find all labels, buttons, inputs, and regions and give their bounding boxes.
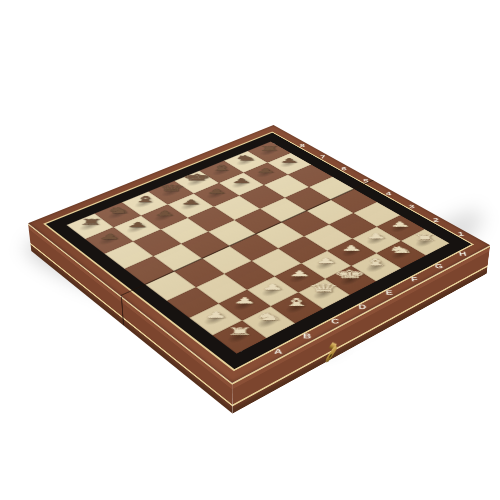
square-c2[interactable] — [247, 276, 298, 306]
white-pawn-glyph: ♟ — [379, 216, 421, 228]
coordinate-label: 1 — [443, 225, 479, 244]
square-c4[interactable] — [202, 246, 251, 274]
black-king-glyph: ♚ — [178, 171, 216, 182]
black-pawn-glyph: ♟ — [171, 194, 210, 205]
square-e2[interactable] — [301, 251, 351, 279]
black-rook-glyph: ♜ — [251, 142, 287, 152]
black-pawn-glyph: ♟ — [197, 183, 235, 194]
black-pawn-glyph: ♟ — [223, 173, 261, 184]
black-pawn-glyph: ♟ — [271, 153, 308, 163]
square-b3[interactable] — [196, 274, 247, 304]
hinge-seam-side — [121, 296, 124, 326]
black-queen-glyph: ♛ — [152, 181, 191, 192]
black-knight-glyph: ♞ — [98, 203, 139, 215]
square-c3[interactable] — [224, 261, 274, 290]
black-rook-glyph: ♜ — [70, 214, 112, 226]
chess-set-scene: 87654321 87654321 ABCDEFGH ABCDEFGH ♜♞♝♛… — [0, 0, 500, 500]
black-bishop-glyph: ♝ — [203, 161, 240, 171]
square-e3[interactable] — [278, 236, 327, 263]
black-bishop-glyph: ♝ — [126, 192, 166, 203]
black-knight-glyph: ♞ — [227, 151, 263, 161]
chessboard-3d: 87654321 87654321 ABCDEFGH ABCDEFGH ♜♞♝♛… — [28, 125, 490, 383]
black-pawn-glyph: ♟ — [247, 163, 284, 174]
black-pawn-glyph: ♟ — [117, 216, 158, 228]
black-pawn-glyph: ♟ — [145, 205, 185, 217]
product-photo-canvas: 87654321 87654321 ABCDEFGH ABCDEFGH ♜♞♝♛… — [0, 0, 500, 500]
board-top: 87654321 87654321 ABCDEFGH ABCDEFGH ♜♞♝♛… — [28, 125, 490, 383]
square-b2[interactable] — [219, 290, 271, 321]
